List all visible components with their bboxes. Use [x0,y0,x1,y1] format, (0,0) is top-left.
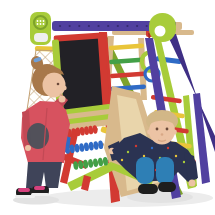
green-hook-hole [155,26,166,37]
screw-dot [146,25,148,27]
jacket-speckle [183,161,185,163]
abacus-bead-blue [98,140,104,149]
screw-dot [107,25,109,27]
girl-nose [62,86,66,90]
screw-dot [136,25,138,27]
logo-dot [43,20,45,22]
jacket-speckle [167,147,169,149]
jacket-speckle [175,155,177,157]
abacus-bead-green [93,158,99,167]
jacket-speckle [143,155,145,157]
girl-hand [59,96,66,103]
logo-dot [40,20,42,22]
logo-dot [37,20,39,22]
logo-dot [37,23,39,25]
jacket-speckle [151,147,153,149]
boy-shoe-left [138,184,158,194]
girl-shoe-left-accent [18,188,30,192]
girl-shoe-right-sole [31,193,49,196]
abacus-bead-green [98,157,104,166]
logo-dot [43,23,45,25]
jacket-speckle [121,159,123,161]
play-gym-photo [0,0,215,215]
abacus-bead-blue [88,142,94,151]
girl-shoe-right-accent [34,186,45,190]
screenshot-root [0,0,215,215]
boy-shoe-right [158,182,176,192]
screw-dot [59,25,61,27]
abacus-bead-green [88,159,94,168]
jacket-speckle [135,145,137,147]
girl-left-hand [25,145,31,151]
abacus-bead-blue [93,141,99,150]
abacus-bead-blue [79,143,85,152]
boy-nose [161,133,164,136]
screw-dot [69,25,71,27]
screw-dot [117,25,119,27]
screw-dot [97,25,99,27]
boy-ear-left [147,130,152,135]
abacus-bead-blue [83,142,89,151]
boy-ear-right [172,130,177,135]
logo-lower-badge [34,33,48,42]
boy-right-hand [189,180,196,187]
screw-dot [88,25,90,27]
girl-eye [57,83,60,86]
boy-eye-right [166,128,169,131]
girl-jeans [26,162,62,188]
logo-dot [40,23,42,25]
screw-dot [126,25,128,27]
boy-pants-left [136,157,154,184]
screw-dot [78,25,80,27]
girl-face [43,73,66,98]
boy-pants-right [156,157,174,184]
jacket-speckle [127,151,129,153]
boy-eye-left [156,128,159,131]
